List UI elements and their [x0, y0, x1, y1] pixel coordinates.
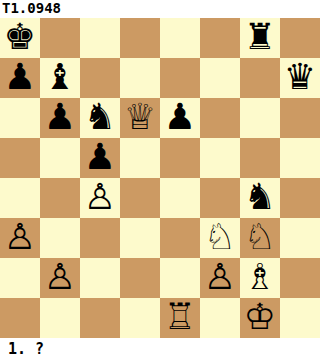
- square-c8[interactable]: [80, 18, 120, 58]
- square-a8[interactable]: ♚: [0, 18, 40, 58]
- square-f6[interactable]: [200, 98, 240, 138]
- piece-white-rook: ♖: [164, 298, 196, 337]
- square-f5[interactable]: [200, 138, 240, 178]
- square-a5[interactable]: [0, 138, 40, 178]
- square-d4[interactable]: [120, 178, 160, 218]
- piece-white-pawn: ♙: [4, 218, 36, 257]
- square-c1[interactable]: [80, 298, 120, 338]
- square-h4[interactable]: [280, 178, 320, 218]
- square-d7[interactable]: [120, 58, 160, 98]
- piece-white-pawn: ♙: [84, 178, 116, 217]
- square-d2[interactable]: [120, 258, 160, 298]
- square-e3[interactable]: [160, 218, 200, 258]
- square-f4[interactable]: [200, 178, 240, 218]
- square-c7[interactable]: [80, 58, 120, 98]
- puzzle-id: T1.0948: [0, 0, 320, 18]
- square-b4[interactable]: [40, 178, 80, 218]
- square-e4[interactable]: [160, 178, 200, 218]
- square-b5[interactable]: [40, 138, 80, 178]
- square-d6[interactable]: ♕: [120, 98, 160, 138]
- piece-black-pawn: ♟: [4, 58, 36, 97]
- square-h5[interactable]: [280, 138, 320, 178]
- square-g5[interactable]: [240, 138, 280, 178]
- square-e6[interactable]: ♟: [160, 98, 200, 138]
- square-d3[interactable]: [120, 218, 160, 258]
- square-f3[interactable]: ♘: [200, 218, 240, 258]
- piece-black-pawn: ♟: [84, 138, 116, 177]
- piece-black-queen: ♛: [284, 58, 316, 97]
- square-c2[interactable]: [80, 258, 120, 298]
- square-d8[interactable]: [120, 18, 160, 58]
- piece-white-knight: ♘: [244, 218, 276, 257]
- chess-board: ♚♜♟♝♛♟♞♕♟♟♙♞♙♘♘♙♙♗♖♔: [0, 18, 320, 338]
- square-f8[interactable]: [200, 18, 240, 58]
- piece-white-bishop: ♗: [244, 258, 276, 297]
- square-e8[interactable]: [160, 18, 200, 58]
- piece-white-knight: ♘: [204, 218, 236, 257]
- square-g3[interactable]: ♘: [240, 218, 280, 258]
- square-e1[interactable]: ♖: [160, 298, 200, 338]
- square-e5[interactable]: [160, 138, 200, 178]
- square-f1[interactable]: [200, 298, 240, 338]
- square-g1[interactable]: ♔: [240, 298, 280, 338]
- piece-black-bishop: ♝: [44, 58, 76, 97]
- piece-white-king: ♔: [244, 298, 276, 337]
- square-g4[interactable]: ♞: [240, 178, 280, 218]
- square-h1[interactable]: [280, 298, 320, 338]
- move-prompt: 1. ?: [0, 338, 320, 360]
- square-b7[interactable]: ♝: [40, 58, 80, 98]
- piece-black-pawn: ♟: [44, 98, 76, 137]
- square-h8[interactable]: [280, 18, 320, 58]
- square-h7[interactable]: ♛: [280, 58, 320, 98]
- square-c5[interactable]: ♟: [80, 138, 120, 178]
- square-g7[interactable]: [240, 58, 280, 98]
- piece-black-knight: ♞: [244, 178, 276, 217]
- piece-black-pawn: ♟: [164, 98, 196, 137]
- square-a2[interactable]: [0, 258, 40, 298]
- square-b8[interactable]: [40, 18, 80, 58]
- square-h3[interactable]: [280, 218, 320, 258]
- piece-black-knight: ♞: [84, 98, 116, 137]
- piece-white-queen: ♕: [124, 98, 156, 137]
- square-g2[interactable]: ♗: [240, 258, 280, 298]
- square-f7[interactable]: [200, 58, 240, 98]
- square-c6[interactable]: ♞: [80, 98, 120, 138]
- square-g8[interactable]: ♜: [240, 18, 280, 58]
- square-d5[interactable]: [120, 138, 160, 178]
- square-e2[interactable]: [160, 258, 200, 298]
- piece-black-rook: ♜: [244, 18, 276, 57]
- square-c3[interactable]: [80, 218, 120, 258]
- square-d1[interactable]: [120, 298, 160, 338]
- square-g6[interactable]: [240, 98, 280, 138]
- piece-white-pawn: ♙: [44, 258, 76, 297]
- square-a1[interactable]: [0, 298, 40, 338]
- square-b6[interactable]: ♟: [40, 98, 80, 138]
- piece-black-king: ♚: [4, 18, 36, 57]
- square-b2[interactable]: ♙: [40, 258, 80, 298]
- piece-white-pawn: ♙: [204, 258, 236, 297]
- square-b3[interactable]: [40, 218, 80, 258]
- square-a6[interactable]: [0, 98, 40, 138]
- square-a3[interactable]: ♙: [0, 218, 40, 258]
- square-h2[interactable]: [280, 258, 320, 298]
- square-b1[interactable]: [40, 298, 80, 338]
- square-a7[interactable]: ♟: [0, 58, 40, 98]
- chess-puzzle-window: T1.0948 ♚♜♟♝♛♟♞♕♟♟♙♞♙♘♘♙♙♗♖♔ 1. ?: [0, 0, 320, 360]
- square-a4[interactable]: [0, 178, 40, 218]
- square-e7[interactable]: [160, 58, 200, 98]
- square-h6[interactable]: [280, 98, 320, 138]
- square-f2[interactable]: ♙: [200, 258, 240, 298]
- square-c4[interactable]: ♙: [80, 178, 120, 218]
